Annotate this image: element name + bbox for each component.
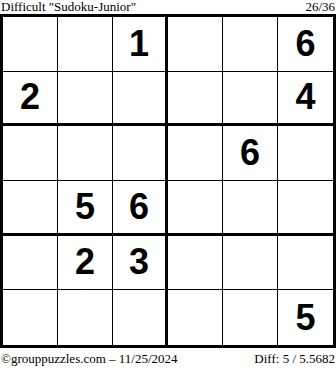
page-title: Difficult "Sudoku-Junior" xyxy=(1,0,136,14)
cell-r4c1[interactable] xyxy=(3,181,58,236)
cell-r1c2[interactable] xyxy=(58,17,113,72)
cell-r3c4[interactable] xyxy=(168,126,223,181)
cell-r3c1[interactable] xyxy=(3,126,58,181)
cell-r5c6[interactable] xyxy=(278,236,333,291)
cell-r3c2[interactable] xyxy=(58,126,113,181)
cell-r5c1[interactable] xyxy=(3,236,58,291)
cell-r6c3[interactable] xyxy=(113,290,168,345)
cell-r5c5[interactable] xyxy=(223,236,278,291)
cell-r3c6[interactable] xyxy=(278,126,333,181)
cell-r6c4[interactable] xyxy=(168,290,223,345)
cell-r5c3[interactable]: 3 xyxy=(113,236,168,291)
cell-r5c4[interactable] xyxy=(168,236,223,291)
cell-r1c4[interactable] xyxy=(168,17,223,72)
footer: ©grouppuzzles.com – 11/25/2024 Diff: 5 /… xyxy=(1,351,335,367)
cell-r3c3[interactable] xyxy=(113,126,168,181)
cell-r6c5[interactable] xyxy=(223,290,278,345)
cell-r1c3[interactable]: 1 xyxy=(113,17,168,72)
clue-counter: 26/36 xyxy=(305,0,335,14)
cell-r4c6[interactable] xyxy=(278,181,333,236)
sudoku-grid: 1 6 2 4 6 5 6 2 3 5 xyxy=(0,14,336,348)
cell-r2c3[interactable] xyxy=(113,72,168,127)
cell-r2c6[interactable]: 4 xyxy=(278,72,333,127)
cell-r4c5[interactable] xyxy=(223,181,278,236)
cell-r6c1[interactable] xyxy=(3,290,58,345)
cell-r2c2[interactable] xyxy=(58,72,113,127)
cell-r6c2[interactable] xyxy=(58,290,113,345)
cell-r4c2[interactable]: 5 xyxy=(58,181,113,236)
cell-r4c3[interactable]: 6 xyxy=(113,181,168,236)
difficulty-text: Diff: 5 / 5.5682 xyxy=(254,351,335,366)
cell-r1c1[interactable] xyxy=(3,17,58,72)
cell-r5c2[interactable]: 2 xyxy=(58,236,113,291)
cell-r2c4[interactable] xyxy=(168,72,223,127)
cell-r6c6[interactable]: 5 xyxy=(278,290,333,345)
cell-r4c4[interactable] xyxy=(168,181,223,236)
cell-r3c5[interactable]: 6 xyxy=(223,126,278,181)
cell-r1c5[interactable] xyxy=(223,17,278,72)
cell-r1c6[interactable]: 6 xyxy=(278,17,333,72)
cell-r2c1[interactable]: 2 xyxy=(3,72,58,127)
cell-r2c5[interactable] xyxy=(223,72,278,127)
header: Difficult "Sudoku-Junior" 26/36 xyxy=(1,0,335,14)
copyright-text: ©grouppuzzles.com – 11/25/2024 xyxy=(1,351,178,366)
